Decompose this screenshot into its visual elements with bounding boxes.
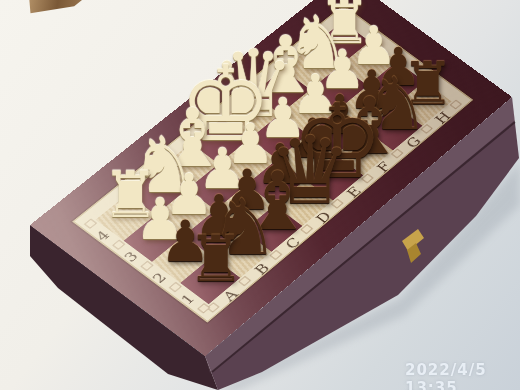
- photo-scene: 4321ABCDEFGH ♜♟♞♟♟♝♜♟♟♛♞♟♟♚♝♟♟♝♚♟♟♞♛♟♟♜♝…: [0, 0, 520, 390]
- camera-timestamp: 2022/4/5 13:35: [405, 361, 520, 390]
